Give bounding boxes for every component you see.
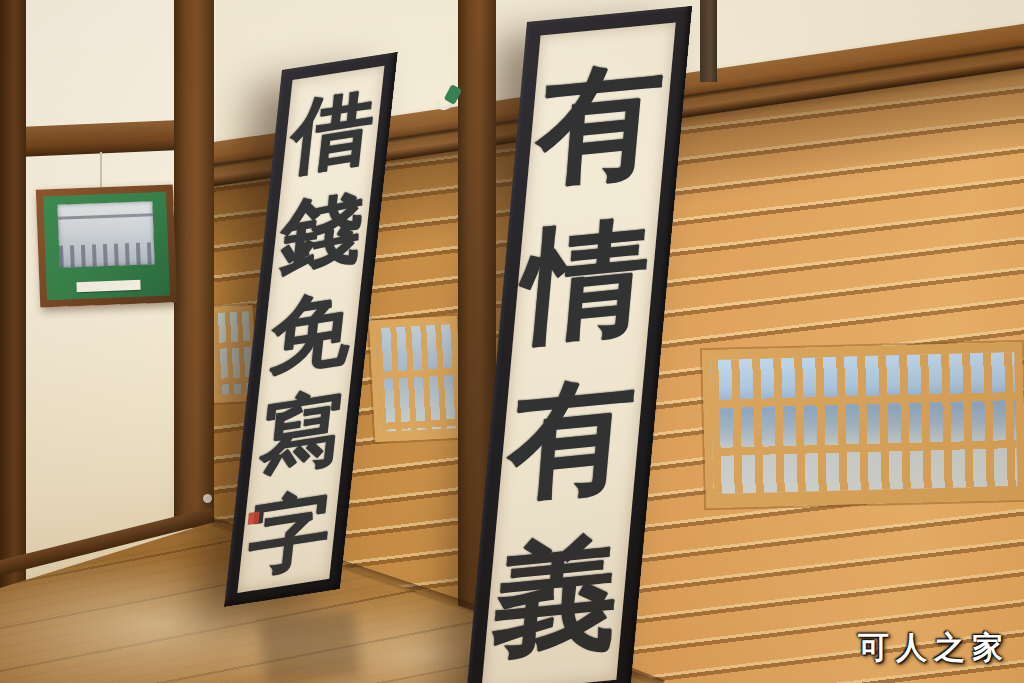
calligraphy-char: 錢: [270, 174, 373, 289]
lattice-window-right: [702, 342, 1024, 508]
wall-outlet-disc: [203, 494, 212, 503]
scroll-reflection-left: [259, 610, 361, 683]
lattice-rails: [375, 324, 456, 432]
framed-photograph: [36, 184, 177, 307]
calligraphy-char: 寫: [248, 375, 351, 490]
calligraphy-char: 免: [259, 275, 362, 390]
red-seal-stamp: [248, 511, 260, 525]
wood-post-left-edge: [0, 0, 26, 604]
lattice-rails: [213, 311, 253, 395]
calligraphy-char: 有: [525, 38, 674, 208]
photo-green-mat: [43, 192, 170, 301]
wood-post-corner: [174, 0, 214, 528]
calligraphy-char: 字: [238, 475, 341, 590]
calligraphy-char: 有: [496, 353, 645, 523]
calligraphy-char: 義: [482, 510, 631, 680]
calligraphy-char: 借: [281, 74, 384, 189]
room-photo: 借 錢 免 寫 字 有 情 有 義 可人之家: [0, 0, 1024, 683]
photo-roofline: [58, 213, 153, 220]
calligraphy-char: 情: [511, 196, 660, 366]
photo-group-of-people: [59, 242, 155, 268]
old-photo-image: [57, 201, 154, 268]
watermark: 可人之家: [858, 627, 1010, 669]
lattice-window-middle: [369, 316, 463, 442]
lattice-rails: [710, 352, 1017, 494]
wood-post-right: [700, 0, 717, 82]
photo-caption-label: [76, 280, 140, 292]
